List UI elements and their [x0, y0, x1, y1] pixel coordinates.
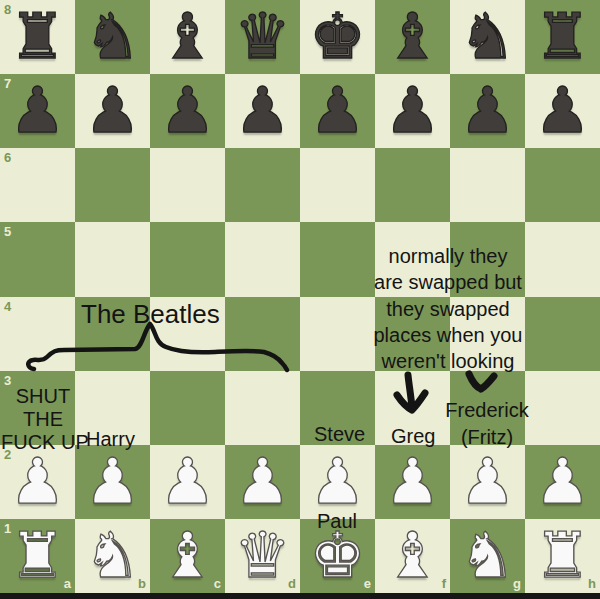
- file-label-h: h: [588, 577, 596, 590]
- piece-black-pawn[interactable]: ♟: [384, 74, 440, 148]
- square-d7[interactable]: ♟: [225, 74, 300, 148]
- piece-white-pawn[interactable]: ♟: [534, 445, 590, 519]
- square-f7[interactable]: ♟: [375, 74, 450, 148]
- piece-black-rook[interactable]: ♜: [9, 0, 65, 74]
- piece-white-pawn[interactable]: ♟: [234, 445, 290, 519]
- square-c2[interactable]: ♟: [150, 445, 225, 519]
- piece-black-pawn[interactable]: ♟: [234, 74, 290, 148]
- piece-black-pawn[interactable]: ♟: [459, 74, 515, 148]
- square-c6[interactable]: [150, 148, 225, 222]
- square-g2[interactable]: ♟: [450, 445, 525, 519]
- square-d4[interactable]: [225, 297, 300, 371]
- square-h7[interactable]: ♟: [525, 74, 600, 148]
- square-g4[interactable]: [450, 297, 525, 371]
- square-g3[interactable]: [450, 371, 525, 445]
- piece-black-king[interactable]: ♚: [309, 0, 365, 74]
- square-a6[interactable]: 6: [0, 148, 75, 222]
- square-a3[interactable]: 3: [0, 371, 75, 445]
- piece-white-pawn[interactable]: ♟: [159, 445, 215, 519]
- square-c8[interactable]: ♝: [150, 0, 225, 74]
- square-f2[interactable]: ♟: [375, 445, 450, 519]
- square-e1[interactable]: e♚: [300, 519, 375, 593]
- piece-white-pawn[interactable]: ♟: [9, 445, 65, 519]
- square-d5[interactable]: [225, 222, 300, 296]
- square-f4[interactable]: [375, 297, 450, 371]
- chess-board: 8♜♞♝♛♚♝♞♜7♟♟♟♟♟♟♟♟65432♟♟♟♟♟♟♟♟1a♜b♞c♝d♛…: [0, 0, 600, 593]
- file-label-a: a: [64, 577, 71, 590]
- piece-black-rook[interactable]: ♜: [534, 0, 590, 74]
- file-label-d: d: [288, 577, 296, 590]
- piece-white-pawn[interactable]: ♟: [84, 445, 140, 519]
- square-d8[interactable]: ♛: [225, 0, 300, 74]
- rank-label-8: 8: [4, 3, 11, 16]
- square-f3[interactable]: [375, 371, 450, 445]
- rank-label-2: 2: [4, 448, 11, 461]
- piece-white-pawn[interactable]: ♟: [459, 445, 515, 519]
- square-b2[interactable]: ♟: [75, 445, 150, 519]
- square-e5[interactable]: [300, 222, 375, 296]
- square-b3[interactable]: [75, 371, 150, 445]
- square-h6[interactable]: [525, 148, 600, 222]
- square-d6[interactable]: [225, 148, 300, 222]
- square-c7[interactable]: ♟: [150, 74, 225, 148]
- piece-black-pawn[interactable]: ♟: [159, 74, 215, 148]
- piece-white-pawn[interactable]: ♟: [309, 445, 365, 519]
- square-e3[interactable]: [300, 371, 375, 445]
- square-h5[interactable]: [525, 222, 600, 296]
- square-b1[interactable]: b♞: [75, 519, 150, 593]
- square-g1[interactable]: g♞: [450, 519, 525, 593]
- bottom-bar: [0, 593, 600, 599]
- piece-white-pawn[interactable]: ♟: [384, 445, 440, 519]
- square-h4[interactable]: [525, 297, 600, 371]
- square-b8[interactable]: ♞: [75, 0, 150, 74]
- piece-black-bishop[interactable]: ♝: [159, 0, 215, 74]
- square-d1[interactable]: d♛: [225, 519, 300, 593]
- square-g7[interactable]: ♟: [450, 74, 525, 148]
- square-c1[interactable]: c♝: [150, 519, 225, 593]
- square-d2[interactable]: ♟: [225, 445, 300, 519]
- rank-label-5: 5: [4, 225, 11, 238]
- square-h8[interactable]: ♜: [525, 0, 600, 74]
- square-c4[interactable]: [150, 297, 225, 371]
- square-h3[interactable]: [525, 371, 600, 445]
- square-b6[interactable]: [75, 148, 150, 222]
- square-d3[interactable]: [225, 371, 300, 445]
- square-c5[interactable]: [150, 222, 225, 296]
- square-a4[interactable]: 4: [0, 297, 75, 371]
- piece-white-knight[interactable]: ♞: [84, 519, 140, 593]
- square-b4[interactable]: [75, 297, 150, 371]
- square-a7[interactable]: 7♟: [0, 74, 75, 148]
- rank-label-6: 6: [4, 151, 11, 164]
- square-e4[interactable]: [300, 297, 375, 371]
- piece-black-pawn[interactable]: ♟: [309, 74, 365, 148]
- piece-white-king[interactable]: ♚: [309, 519, 365, 593]
- square-f6[interactable]: [375, 148, 450, 222]
- file-label-b: b: [138, 577, 146, 590]
- piece-black-queen[interactable]: ♛: [234, 0, 290, 74]
- piece-white-queen[interactable]: ♛: [234, 519, 290, 593]
- square-b5[interactable]: [75, 222, 150, 296]
- square-e6[interactable]: [300, 148, 375, 222]
- file-label-e: e: [364, 577, 371, 590]
- square-g5[interactable]: [450, 222, 525, 296]
- piece-white-rook[interactable]: ♜: [9, 519, 65, 593]
- rank-label-7: 7: [4, 77, 11, 90]
- square-h2[interactable]: ♟: [525, 445, 600, 519]
- piece-black-knight[interactable]: ♞: [84, 0, 140, 74]
- square-e7[interactable]: ♟: [300, 74, 375, 148]
- chess-app-screenshot: 8♜♞♝♛♚♝♞♜7♟♟♟♟♟♟♟♟65432♟♟♟♟♟♟♟♟1a♜b♞c♝d♛…: [0, 0, 600, 599]
- piece-white-bishop[interactable]: ♝: [159, 519, 215, 593]
- piece-black-knight[interactable]: ♞: [459, 0, 515, 74]
- piece-black-pawn[interactable]: ♟: [534, 74, 590, 148]
- square-a2[interactable]: 2♟: [0, 445, 75, 519]
- square-g6[interactable]: [450, 148, 525, 222]
- piece-black-bishop[interactable]: ♝: [384, 0, 440, 74]
- file-label-c: c: [214, 577, 221, 590]
- square-a5[interactable]: 5: [0, 222, 75, 296]
- piece-white-rook[interactable]: ♜: [534, 519, 590, 593]
- piece-white-bishop[interactable]: ♝: [384, 519, 440, 593]
- square-a8[interactable]: 8♜: [0, 0, 75, 74]
- piece-black-pawn[interactable]: ♟: [9, 74, 65, 148]
- square-f1[interactable]: f♝: [375, 519, 450, 593]
- file-label-g: g: [513, 577, 521, 590]
- square-e2[interactable]: ♟: [300, 445, 375, 519]
- square-h1[interactable]: h♜: [525, 519, 600, 593]
- rank-label-1: 1: [4, 522, 11, 535]
- square-c3[interactable]: [150, 371, 225, 445]
- piece-black-pawn[interactable]: ♟: [84, 74, 140, 148]
- square-b7[interactable]: ♟: [75, 74, 150, 148]
- square-e8[interactable]: ♚: [300, 0, 375, 74]
- square-g8[interactable]: ♞: [450, 0, 525, 74]
- square-f8[interactable]: ♝: [375, 0, 450, 74]
- square-f5[interactable]: [375, 222, 450, 296]
- piece-white-knight[interactable]: ♞: [459, 519, 515, 593]
- rank-label-3: 3: [4, 374, 11, 387]
- rank-label-4: 4: [4, 300, 11, 313]
- square-a1[interactable]: 1a♜: [0, 519, 75, 593]
- file-label-f: f: [442, 577, 446, 590]
